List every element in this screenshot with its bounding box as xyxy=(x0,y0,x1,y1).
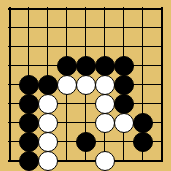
go-board[interactable]: ●●●●●●○○○●●○○●●○○○●●○●●●○○ xyxy=(0,0,171,171)
white-stone[interactable]: ○ xyxy=(95,94,115,114)
black-stone[interactable]: ● xyxy=(114,75,134,95)
white-stone[interactable]: ○ xyxy=(38,94,58,114)
white-stone[interactable]: ○ xyxy=(114,113,134,133)
white-stone[interactable]: ○ xyxy=(57,75,77,95)
black-stone[interactable]: ● xyxy=(19,94,39,114)
black-stone[interactable]: ● xyxy=(19,75,39,95)
black-stone[interactable]: ● xyxy=(19,151,39,171)
black-stone[interactable]: ● xyxy=(95,56,115,76)
black-stone[interactable]: ● xyxy=(76,132,96,152)
white-stone[interactable]: ○ xyxy=(95,75,115,95)
white-stone[interactable]: ○ xyxy=(38,113,58,133)
black-stone[interactable]: ● xyxy=(19,113,39,133)
black-stone[interactable]: ● xyxy=(19,132,39,152)
white-stone[interactable]: ○ xyxy=(38,151,58,171)
black-stone[interactable]: ● xyxy=(38,75,58,95)
black-stone[interactable]: ● xyxy=(114,56,134,76)
white-stone[interactable]: ○ xyxy=(95,151,115,171)
black-stone[interactable]: ● xyxy=(133,113,153,133)
go-board-diagram: ●●●●●●○○○●●○○●●○○○●●○●●●○○ xyxy=(0,0,171,171)
black-stone[interactable]: ● xyxy=(57,56,77,76)
white-stone[interactable]: ○ xyxy=(76,75,96,95)
black-stone[interactable]: ● xyxy=(114,94,134,114)
white-stone[interactable]: ○ xyxy=(38,132,58,152)
white-stone[interactable]: ○ xyxy=(95,113,115,133)
black-stone[interactable]: ● xyxy=(133,132,153,152)
black-stone[interactable]: ● xyxy=(76,56,96,76)
vertical-grid-line xyxy=(161,7,163,162)
